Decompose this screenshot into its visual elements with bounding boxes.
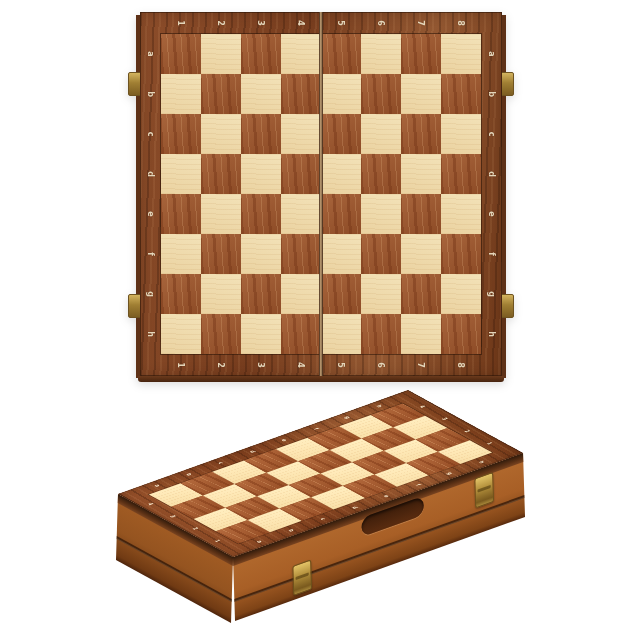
square-d6 (361, 154, 401, 194)
rank-label-right-d: d (472, 164, 512, 185)
product-photo: 11aa22bb33cc44dd55ee66ff77gg88hh aabbccd… (0, 0, 640, 640)
square-f7 (401, 234, 441, 274)
file-label-bottom-3: 3 (250, 345, 272, 385)
square-g5 (321, 274, 361, 314)
square-b3 (241, 74, 281, 114)
square-c4 (281, 114, 321, 154)
file-label-top-6: 6 (370, 3, 392, 43)
square-g4 (281, 274, 321, 314)
square-c3 (241, 114, 281, 154)
square-e4 (281, 194, 321, 234)
rank-label-right-h: h (472, 324, 512, 345)
rank-label-right-g: g (472, 284, 512, 305)
rank-label-left-d: d (131, 164, 171, 185)
rank-label-left-a: a (131, 44, 171, 65)
square-f4 (281, 234, 321, 274)
file-label-bottom-7: 7 (410, 345, 432, 385)
file-label-top-1: 1 (170, 3, 192, 43)
rank-label-right-c: c (472, 124, 512, 145)
file-label-top-5: 5 (330, 3, 352, 43)
rank-label-left-h: h (131, 324, 171, 345)
rank-label-left-f: f (131, 244, 171, 265)
rank-label-right-e: e (472, 204, 512, 225)
square-d4 (281, 154, 321, 194)
case-label-right-3: 3 (424, 410, 467, 428)
square-f6 (361, 234, 401, 274)
square-d5 (321, 154, 361, 194)
brass-clasp-icon (474, 472, 494, 509)
case-label-right-2: 2 (446, 422, 489, 440)
square-e2 (201, 194, 241, 234)
square-e6 (361, 194, 401, 234)
board-border: 11aa22bb33cc44dd55ee66ff77gg88hh (140, 12, 502, 376)
square-c5 (321, 114, 361, 154)
square-e5 (321, 194, 361, 234)
square-g2 (201, 274, 241, 314)
square-b5 (321, 74, 361, 114)
square-f5 (321, 234, 361, 274)
rank-label-left-b: b (131, 84, 171, 105)
square-b2 (201, 74, 241, 114)
square-g6 (361, 274, 401, 314)
square-b4 (281, 74, 321, 114)
file-label-top-4: 4 (290, 3, 312, 43)
case-label-right-4: 4 (401, 398, 444, 416)
case-label-right-1: 1 (468, 434, 511, 452)
file-label-top-3: 3 (250, 3, 272, 43)
file-label-top-7: 7 (410, 3, 432, 43)
file-label-bottom-1: 1 (170, 345, 192, 385)
square-d2 (201, 154, 241, 194)
file-label-top-2: 2 (210, 3, 232, 43)
open-chess-board: 11aa22bb33cc44dd55ee66ff77gg88hh (140, 12, 502, 376)
rank-label-left-c: c (131, 124, 171, 145)
rank-label-left-g: g (131, 284, 171, 305)
square-f3 (241, 234, 281, 274)
rank-label-right-f: f (472, 244, 512, 265)
square-b7 (401, 74, 441, 114)
square-e3 (241, 194, 281, 234)
brass-clasp-icon (292, 559, 312, 596)
square-d3 (241, 154, 281, 194)
file-label-bottom-5: 5 (330, 345, 352, 385)
square-c7 (401, 114, 441, 154)
square-d7 (401, 154, 441, 194)
rank-label-left-e: e (131, 204, 171, 225)
rank-label-right-b: b (472, 84, 512, 105)
file-label-bottom-6: 6 (370, 345, 392, 385)
square-f2 (201, 234, 241, 274)
rank-label-right-a: a (472, 44, 512, 65)
square-c6 (361, 114, 401, 154)
file-label-top-8: 8 (450, 3, 472, 43)
folding-seam (319, 12, 323, 376)
file-label-bottom-8: 8 (450, 345, 472, 385)
square-g7 (401, 274, 441, 314)
square-c2 (201, 114, 241, 154)
file-label-bottom-2: 2 (210, 345, 232, 385)
file-label-bottom-4: 4 (290, 345, 312, 385)
square-e7 (401, 194, 441, 234)
square-g3 (241, 274, 281, 314)
square-b6 (361, 74, 401, 114)
